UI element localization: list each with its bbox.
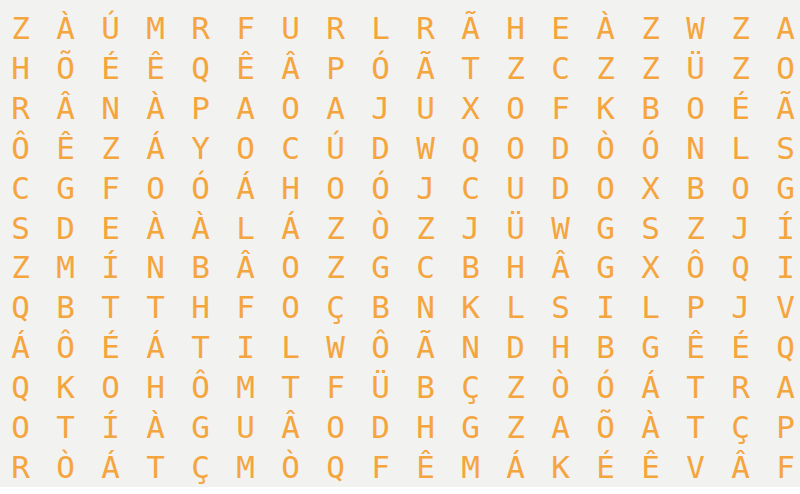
grid-cell[interactable]: D (538, 168, 583, 208)
grid-cell[interactable]: É (718, 89, 763, 129)
grid-cell[interactable]: G (763, 168, 800, 208)
grid-cell[interactable]: L (223, 208, 268, 248)
grid-cell[interactable]: Q (0, 367, 43, 407)
grid-cell[interactable]: Z (493, 407, 538, 447)
grid-cell[interactable]: F (763, 447, 800, 487)
grid-cell[interactable]: H (178, 288, 223, 328)
grid-cell[interactable]: À (133, 208, 178, 248)
grid-cell[interactable]: R (403, 9, 448, 49)
grid-cell[interactable]: H (403, 407, 448, 447)
grid-cell[interactable]: O (493, 128, 538, 168)
grid-cell[interactable]: B (178, 248, 223, 288)
grid-cell[interactable]: L (493, 288, 538, 328)
grid-cell[interactable]: Q (763, 328, 800, 368)
grid-cell[interactable]: T (43, 407, 88, 447)
grid-cell[interactable]: Â (538, 248, 583, 288)
bottom-strip (0, 487, 800, 494)
grid-cell[interactable]: O (268, 248, 313, 288)
grid-cell[interactable]: À (133, 89, 178, 129)
grid-cell[interactable]: H (538, 328, 583, 368)
grid-cell[interactable]: Á (133, 328, 178, 368)
grid-cell[interactable]: L (718, 128, 763, 168)
grid-cell[interactable]: F (223, 9, 268, 49)
grid-cell[interactable]: R (178, 9, 223, 49)
grid-cell[interactable]: T (448, 49, 493, 89)
grid-cell[interactable]: Õ (583, 407, 628, 447)
grid-cell[interactable]: Ê (223, 49, 268, 89)
grid-cell[interactable]: T (133, 447, 178, 487)
grid-cell[interactable]: R (0, 89, 43, 129)
grid-cell[interactable]: Z (718, 49, 763, 89)
grid-cell[interactable]: Q (718, 248, 763, 288)
grid-cell[interactable]: M (448, 447, 493, 487)
grid-cell[interactable]: P (313, 49, 358, 89)
grid-cell[interactable]: R (718, 367, 763, 407)
grid-cell[interactable]: L (358, 9, 403, 49)
grid-cell[interactable]: O (493, 89, 538, 129)
grid-cell[interactable]: É (88, 49, 133, 89)
grid-cell[interactable]: P (763, 407, 800, 447)
grid-cell[interactable]: Z (0, 9, 43, 49)
grid-cell[interactable]: B (448, 248, 493, 288)
grid-cell[interactable]: T (673, 407, 718, 447)
grid-cell[interactable]: À (43, 9, 88, 49)
grid-cell[interactable]: Z (403, 208, 448, 248)
grid-cell[interactable]: H (493, 248, 538, 288)
grid-cell[interactable]: O (763, 49, 800, 89)
grid-cell[interactable]: Ô (673, 248, 718, 288)
grid-cell[interactable]: Ô (178, 367, 223, 407)
grid-cell[interactable]: T (268, 367, 313, 407)
grid-cell[interactable]: Ê (133, 49, 178, 89)
grid-cell[interactable]: V (673, 447, 718, 487)
grid-cell[interactable]: Â (223, 248, 268, 288)
grid-cell[interactable]: A (763, 367, 800, 407)
grid-cell[interactable]: Q (178, 49, 223, 89)
grid-cell[interactable]: Z (0, 248, 43, 288)
grid-cell[interactable]: L (268, 328, 313, 368)
grid-cell[interactable]: J (448, 208, 493, 248)
grid-cell[interactable]: P (178, 89, 223, 129)
grid-cell[interactable]: R (313, 9, 358, 49)
grid-cell[interactable]: Á (493, 447, 538, 487)
grid-cell[interactable]: Ê (43, 128, 88, 168)
grid-cell[interactable]: W (538, 208, 583, 248)
grid-cell[interactable]: G (178, 407, 223, 447)
grid-cell[interactable]: G (583, 248, 628, 288)
grid-cell[interactable]: Á (88, 447, 133, 487)
grid-cell[interactable]: W (313, 328, 358, 368)
grid-cell[interactable]: J (718, 208, 763, 248)
grid-cell[interactable]: Ü (358, 367, 403, 407)
grid-cell[interactable]: Ç (178, 447, 223, 487)
grid-cell[interactable]: D (538, 128, 583, 168)
grid-cell[interactable]: J (718, 288, 763, 328)
grid-cell[interactable]: A (313, 89, 358, 129)
grid-cell[interactable]: Ã (763, 89, 800, 129)
grid-cell[interactable]: H (268, 168, 313, 208)
grid-cell[interactable]: K (43, 367, 88, 407)
grid-cell[interactable]: I (763, 248, 800, 288)
grid-cell[interactable]: G (43, 168, 88, 208)
grid-cell[interactable]: Ó (628, 128, 673, 168)
grid-cell[interactable]: O (133, 168, 178, 208)
grid-cell[interactable]: Ê (628, 447, 673, 487)
grid-cell[interactable]: B (628, 89, 673, 129)
grid-cell[interactable]: E (88, 208, 133, 248)
grid-cell[interactable]: Z (673, 208, 718, 248)
grid-cell[interactable]: T (133, 288, 178, 328)
grid-cell[interactable]: N (403, 288, 448, 328)
grid-cell[interactable]: Z (628, 49, 673, 89)
grid-cell[interactable]: U (493, 168, 538, 208)
grid-cell[interactable]: Ó (358, 49, 403, 89)
grid-cell[interactable]: G (583, 208, 628, 248)
grid-cell[interactable]: S (763, 128, 800, 168)
grid-cell[interactable]: Á (133, 128, 178, 168)
grid-cell[interactable]: H (493, 9, 538, 49)
grid-cell[interactable]: D (43, 208, 88, 248)
grid-cell[interactable]: I (223, 328, 268, 368)
grid-cell[interactable]: Ü (493, 208, 538, 248)
grid-cell[interactable]: C (0, 168, 43, 208)
grid-cell[interactable]: Á (223, 168, 268, 208)
grid-cell[interactable]: Z (313, 248, 358, 288)
grid-cell[interactable]: Á (268, 208, 313, 248)
grid-cell[interactable]: Ú (313, 128, 358, 168)
grid-cell[interactable]: D (493, 328, 538, 368)
grid-cell[interactable]: S (628, 208, 673, 248)
grid-cell[interactable]: N (88, 89, 133, 129)
grid-cell[interactable]: A (538, 407, 583, 447)
grid-cell[interactable]: Ã (448, 9, 493, 49)
grid-cell[interactable]: Ò (268, 447, 313, 487)
grid-cell[interactable]: É (718, 328, 763, 368)
grid-cell[interactable]: Ã (403, 49, 448, 89)
grid-cell[interactable]: A (763, 9, 800, 49)
grid-cell[interactable]: Á (0, 328, 43, 368)
grid-cell[interactable]: Ô (43, 328, 88, 368)
grid-cell[interactable]: M (223, 447, 268, 487)
grid-cell[interactable]: X (628, 248, 673, 288)
grid-cell[interactable]: O (313, 407, 358, 447)
grid-cell[interactable]: H (133, 367, 178, 407)
grid-cell[interactable]: Ò (43, 447, 88, 487)
grid-cell[interactable]: U (403, 89, 448, 129)
grid-cell[interactable]: Ê (403, 447, 448, 487)
grid-cell[interactable]: Í (88, 407, 133, 447)
grid-cell[interactable]: É (88, 328, 133, 368)
grid-cell[interactable]: T (88, 288, 133, 328)
grid-cell[interactable]: Â (268, 407, 313, 447)
grid-cell[interactable]: Z (493, 367, 538, 407)
grid-cell[interactable]: Ê (673, 328, 718, 368)
grid-cell[interactable]: B (673, 168, 718, 208)
grid-cell[interactable]: R (0, 447, 43, 487)
grid-cell[interactable]: Z (583, 49, 628, 89)
grid-cell[interactable]: Õ (43, 49, 88, 89)
grid-cell[interactable]: C (538, 49, 583, 89)
grid-cell[interactable]: J (403, 168, 448, 208)
grid-cell[interactable]: Z (628, 9, 673, 49)
grid-cell[interactable]: F (313, 367, 358, 407)
grid-cell[interactable]: K (583, 89, 628, 129)
grid-cell[interactable]: G (448, 407, 493, 447)
grid-cell[interactable]: T (673, 367, 718, 407)
grid-cell[interactable]: Z (88, 128, 133, 168)
grid-cell[interactable]: T (178, 328, 223, 368)
grid-cell[interactable]: E (538, 9, 583, 49)
grid-cell[interactable]: Ó (583, 367, 628, 407)
grid-cell[interactable]: Ç (448, 367, 493, 407)
grid-cell[interactable]: L (628, 288, 673, 328)
grid-cell[interactable]: O (313, 168, 358, 208)
grid-cell[interactable]: U (268, 9, 313, 49)
grid-cell[interactable]: P (673, 288, 718, 328)
grid-cell[interactable]: I (583, 288, 628, 328)
grid-cell[interactable]: B (358, 288, 403, 328)
grid-cell[interactable]: O (268, 89, 313, 129)
grid-cell[interactable]: Á (628, 367, 673, 407)
grid-cell[interactable]: S (538, 288, 583, 328)
grid-cell[interactable]: C (268, 128, 313, 168)
grid-cell[interactable]: Y (178, 128, 223, 168)
grid-cell[interactable]: C (403, 248, 448, 288)
grid-cell[interactable]: K (448, 288, 493, 328)
grid-cell[interactable]: Ç (313, 288, 358, 328)
grid-cell[interactable]: B (403, 367, 448, 407)
grid-cell[interactable]: O (268, 288, 313, 328)
grid-cell[interactable]: N (448, 328, 493, 368)
grid-cell[interactable]: F (88, 168, 133, 208)
grid-cell[interactable]: Ó (358, 168, 403, 208)
grid-cell[interactable]: Â (43, 89, 88, 129)
grid-cell[interactable]: Ò (538, 367, 583, 407)
grid-cell[interactable]: Ò (583, 128, 628, 168)
grid-cell[interactable]: M (133, 9, 178, 49)
grid-cell[interactable]: O (718, 168, 763, 208)
grid-cell[interactable]: À (628, 407, 673, 447)
grid-cell[interactable]: Â (268, 49, 313, 89)
grid-cell[interactable]: M (223, 367, 268, 407)
grid-cell[interactable]: Q (313, 447, 358, 487)
grid-cell[interactable]: O (0, 407, 43, 447)
grid-cell[interactable]: B (583, 328, 628, 368)
grid-cell[interactable]: À (133, 407, 178, 447)
grid-cell[interactable]: Ò (358, 208, 403, 248)
grid-cell[interactable]: O (673, 89, 718, 129)
grid-cell[interactable]: W (403, 128, 448, 168)
grid-cell[interactable]: Í (88, 248, 133, 288)
grid-cell[interactable]: Q (0, 288, 43, 328)
grid-cell[interactable]: F (223, 288, 268, 328)
grid-cell[interactable]: Í (763, 208, 800, 248)
grid-cell[interactable]: U (223, 407, 268, 447)
grid-cell[interactable]: G (358, 248, 403, 288)
grid-cell[interactable]: C (448, 168, 493, 208)
grid-cell[interactable]: Q (448, 128, 493, 168)
grid-cell[interactable]: Ô (0, 128, 43, 168)
grid-cell[interactable]: M (43, 248, 88, 288)
grid-cell[interactable]: J (358, 89, 403, 129)
grid-cell[interactable]: W (673, 9, 718, 49)
grid-cell[interactable]: H (0, 49, 43, 89)
grid-cell[interactable]: Ü (673, 49, 718, 89)
grid-cell[interactable]: Ã (403, 328, 448, 368)
grid-cell[interactable]: K (538, 447, 583, 487)
grid-cell[interactable]: N (673, 128, 718, 168)
grid-cell[interactable]: O (223, 128, 268, 168)
grid-cell[interactable]: Z (718, 9, 763, 49)
grid-cell[interactable]: À (178, 208, 223, 248)
grid-cell[interactable]: X (448, 89, 493, 129)
grid-cell[interactable]: À (583, 9, 628, 49)
grid-cell[interactable]: O (583, 168, 628, 208)
grid-cell[interactable]: Z (313, 208, 358, 248)
grid-cell[interactable]: F (538, 89, 583, 129)
word-search-board: ZÀÚMRFURLRÃHEÀZWZAHÕÉÊQÊÂPÓÃTZCZZÜZORÂNÀ… (0, 0, 800, 494)
grid-cell[interactable]: D (358, 407, 403, 447)
grid-cell[interactable]: B (43, 288, 88, 328)
grid-cell[interactable]: A (223, 89, 268, 129)
grid-cell[interactable]: F (358, 447, 403, 487)
grid-cell[interactable]: V (763, 288, 800, 328)
grid-cell[interactable]: Â (718, 447, 763, 487)
grid-cell[interactable]: O (88, 367, 133, 407)
grid-cell[interactable]: S (0, 208, 43, 248)
grid-cell[interactable]: Ó (178, 168, 223, 208)
grid-cell[interactable]: Ç (718, 407, 763, 447)
grid-cell[interactable]: Ú (88, 9, 133, 49)
word-search-grid: ZÀÚMRFURLRÃHEÀZWZAHÕÉÊQÊÂPÓÃTZCZZÜZORÂNÀ… (0, 9, 800, 487)
grid-cell[interactable]: D (358, 128, 403, 168)
grid-cell[interactable]: G (628, 328, 673, 368)
grid-cell[interactable]: X (628, 168, 673, 208)
grid-cell[interactable]: Z (493, 49, 538, 89)
grid-cell[interactable]: É (583, 447, 628, 487)
grid-cell[interactable]: Ô (358, 328, 403, 368)
grid-cell[interactable]: N (133, 248, 178, 288)
